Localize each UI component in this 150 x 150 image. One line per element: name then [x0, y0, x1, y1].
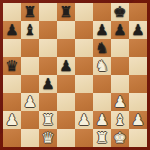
piece-white-pawn: ♟ — [95, 111, 108, 129]
piece-black-pawn: ♟ — [95, 21, 108, 39]
piece-black-bishop: ♝ — [23, 21, 36, 39]
square-b6[interactable] — [21, 39, 39, 57]
square-f4[interactable] — [93, 75, 111, 93]
square-d8[interactable]: ♜ — [57, 3, 75, 21]
square-e8[interactable] — [75, 3, 93, 21]
piece-black-knight: ♞ — [95, 39, 108, 57]
piece-white-rook: ♜ — [95, 129, 108, 147]
square-a5[interactable]: ♛ — [3, 57, 21, 75]
square-b5[interactable] — [21, 57, 39, 75]
square-h6[interactable] — [129, 39, 147, 57]
piece-white-bishop: ♝ — [113, 111, 126, 129]
square-b3[interactable]: ♟ — [21, 93, 39, 111]
square-g3[interactable]: ♟ — [111, 93, 129, 111]
piece-white-pawn: ♟ — [23, 93, 36, 111]
square-c3[interactable] — [39, 93, 57, 111]
square-f6[interactable]: ♞ — [93, 39, 111, 57]
square-c4[interactable]: ♟ — [39, 75, 57, 93]
square-g1[interactable]: ♚ — [111, 129, 129, 147]
piece-black-pawn: ♟ — [113, 21, 126, 39]
square-c5[interactable] — [39, 57, 57, 75]
square-h5[interactable] — [129, 57, 147, 75]
square-d3[interactable] — [57, 93, 75, 111]
square-d2[interactable] — [57, 111, 75, 129]
square-a2[interactable]: ♟ — [3, 111, 21, 129]
square-f3[interactable] — [93, 93, 111, 111]
piece-black-pawn: ♟ — [59, 57, 72, 75]
square-b7[interactable]: ♝ — [21, 21, 39, 39]
square-g7[interactable]: ♟ — [111, 21, 129, 39]
piece-white-rook: ♜ — [41, 111, 54, 129]
square-d4[interactable] — [57, 75, 75, 93]
square-d7[interactable] — [57, 21, 75, 39]
square-e6[interactable] — [75, 39, 93, 57]
square-c1[interactable]: ♛ — [39, 129, 57, 147]
piece-black-king: ♚ — [113, 3, 126, 21]
square-e5[interactable] — [75, 57, 93, 75]
square-b4[interactable] — [21, 75, 39, 93]
square-b2[interactable] — [21, 111, 39, 129]
square-e2[interactable]: ♟ — [75, 111, 93, 129]
piece-black-rook: ♜ — [23, 3, 36, 21]
square-c6[interactable] — [39, 39, 57, 57]
piece-white-knight: ♞ — [95, 57, 108, 75]
square-a7[interactable]: ♟ — [3, 21, 21, 39]
square-a8[interactable] — [3, 3, 21, 21]
square-h3[interactable] — [129, 93, 147, 111]
square-g8[interactable]: ♚ — [111, 3, 129, 21]
square-a1[interactable] — [3, 129, 21, 147]
piece-black-rook: ♜ — [59, 3, 72, 21]
square-d1[interactable] — [57, 129, 75, 147]
square-a3[interactable] — [3, 93, 21, 111]
square-e7[interactable] — [75, 21, 93, 39]
square-h8[interactable] — [129, 3, 147, 21]
piece-white-pawn: ♟ — [5, 111, 18, 129]
piece-black-queen: ♛ — [5, 57, 18, 75]
square-b1[interactable] — [21, 129, 39, 147]
square-d6[interactable] — [57, 39, 75, 57]
square-e4[interactable] — [75, 75, 93, 93]
piece-white-pawn: ♟ — [113, 93, 126, 111]
board-frame: ♜♜♚♟♝♟♟♟♞♛♟♞♟♟♟♟♜♟♟♝♟♛♜♚ — [0, 0, 150, 150]
piece-white-king: ♚ — [113, 129, 126, 147]
piece-white-queen: ♛ — [41, 129, 54, 147]
square-h2[interactable]: ♟ — [129, 111, 147, 129]
square-f7[interactable]: ♟ — [93, 21, 111, 39]
square-c7[interactable] — [39, 21, 57, 39]
piece-white-pawn: ♟ — [131, 111, 144, 129]
square-f8[interactable] — [93, 3, 111, 21]
square-d5[interactable]: ♟ — [57, 57, 75, 75]
square-f2[interactable]: ♟ — [93, 111, 111, 129]
square-f1[interactable]: ♜ — [93, 129, 111, 147]
square-h4[interactable] — [129, 75, 147, 93]
square-f5[interactable]: ♞ — [93, 57, 111, 75]
square-b8[interactable]: ♜ — [21, 3, 39, 21]
square-a4[interactable] — [3, 75, 21, 93]
square-c8[interactable] — [39, 3, 57, 21]
square-a6[interactable] — [3, 39, 21, 57]
piece-white-pawn: ♟ — [77, 111, 90, 129]
piece-black-pawn: ♟ — [131, 21, 144, 39]
square-e3[interactable] — [75, 93, 93, 111]
square-g4[interactable] — [111, 75, 129, 93]
square-h7[interactable]: ♟ — [129, 21, 147, 39]
square-h1[interactable] — [129, 129, 147, 147]
piece-black-pawn: ♟ — [41, 75, 54, 93]
square-e1[interactable] — [75, 129, 93, 147]
square-c2[interactable]: ♜ — [39, 111, 57, 129]
piece-black-pawn: ♟ — [5, 21, 18, 39]
square-g2[interactable]: ♝ — [111, 111, 129, 129]
chess-board: ♜♜♚♟♝♟♟♟♞♛♟♞♟♟♟♟♜♟♟♝♟♛♜♚ — [3, 3, 147, 147]
square-g5[interactable] — [111, 57, 129, 75]
square-g6[interactable] — [111, 39, 129, 57]
